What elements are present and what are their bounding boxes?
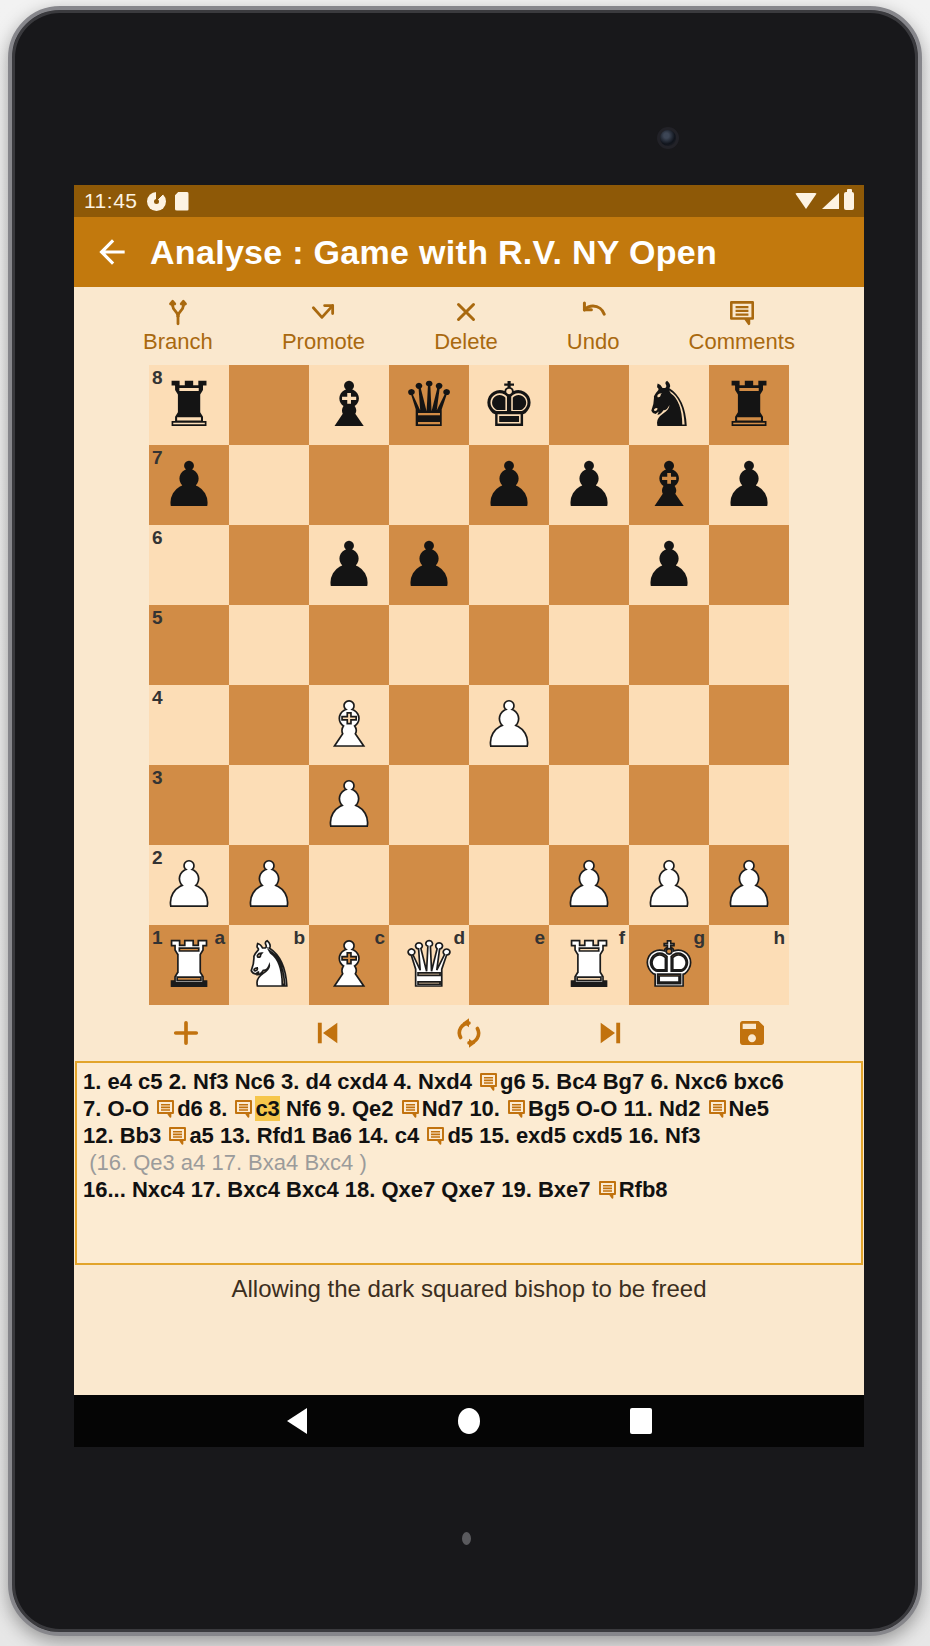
branch-button[interactable]: Branch xyxy=(143,297,213,355)
square-b7[interactable] xyxy=(229,445,309,525)
square-h3[interactable] xyxy=(709,765,789,845)
square-g7[interactable]: ♝ xyxy=(629,445,709,525)
square-d6[interactable]: ♟ xyxy=(389,525,469,605)
square-h7[interactable]: ♟ xyxy=(709,445,789,525)
piece-white-rook: ♜ xyxy=(149,925,229,1005)
promote-arrow-icon xyxy=(308,297,338,327)
comment-text: Allowing the dark squared bishop to be f… xyxy=(74,1275,864,1303)
comment-icon xyxy=(478,1071,499,1092)
piece-black-rook: ♜ xyxy=(149,365,229,445)
square-f7[interactable]: ♟ xyxy=(549,445,629,525)
piece-white-queen: ♛ xyxy=(389,925,469,1005)
edit-toolbar: Branch Promote Delete Undo xyxy=(74,287,864,359)
screenshot-root: 11:45 Analyse : Game with R.V. NY Open xyxy=(0,0,930,1646)
app-screen: 11:45 Analyse : Game with R.V. NY Open xyxy=(74,185,864,1447)
square-e4[interactable]: ♟ xyxy=(469,685,549,765)
branch-label: Branch xyxy=(143,329,213,355)
move-text[interactable]: a5 13. Rfd1 Ba6 14. c4 xyxy=(189,1123,425,1148)
sd-card-icon xyxy=(175,192,189,211)
move-text[interactable]: Rfb8 xyxy=(619,1177,668,1202)
square-c5[interactable] xyxy=(309,605,389,685)
rotate-arrows-icon xyxy=(451,1015,487,1051)
comment-bubble-icon xyxy=(727,297,757,327)
piece-white-bishop: ♝ xyxy=(309,925,389,1005)
move-line-5[interactable]: 16... Nxc4 17. Bxc4 Bxc4 18. Qxe7 Qxe7 1… xyxy=(83,1176,855,1203)
home-circle-icon xyxy=(458,1408,480,1434)
comment-icon xyxy=(506,1098,527,1119)
square-h8[interactable]: ♜ xyxy=(709,365,789,445)
square-g2[interactable]: ♟ xyxy=(629,845,709,925)
delete-label: Delete xyxy=(434,329,498,355)
square-f5[interactable] xyxy=(549,605,629,685)
move-text[interactable]: Ne5 xyxy=(729,1096,769,1121)
wifi-icon xyxy=(795,193,817,209)
square-a8[interactable]: 8♜ xyxy=(149,365,229,445)
square-b6[interactable] xyxy=(229,525,309,605)
file-label-h: h xyxy=(773,927,785,949)
android-back-button[interactable] xyxy=(277,1405,317,1437)
android-recents-button[interactable] xyxy=(621,1405,661,1437)
square-d5[interactable] xyxy=(389,605,469,685)
variation-text[interactable]: (16. Qe3 a4 17. Bxa4 Bxc4 ) xyxy=(83,1150,367,1175)
move-text[interactable]: g6 5. Bc4 Bg7 6. Nxc6 bxc6 xyxy=(500,1069,784,1094)
move-line-1[interactable]: 1. e4 c5 2. Nf3 Nc6 3. d4 cxd4 4. Nxd4 g… xyxy=(83,1068,855,1095)
move-text[interactable]: Bg5 O-O 11. Nd2 xyxy=(528,1096,707,1121)
piece-white-king: ♚ xyxy=(629,925,709,1005)
move-line-3[interactable]: 12. Bb3 a5 13. Rfd1 Ba6 14. c4 d5 15. ex… xyxy=(83,1122,855,1149)
file-label-e: e xyxy=(534,927,545,949)
undo-label: Undo xyxy=(567,329,620,355)
square-d1[interactable]: d♛ xyxy=(389,925,469,1005)
square-d4[interactable] xyxy=(389,685,469,765)
piece-white-rook: ♜ xyxy=(549,925,629,1005)
status-bar: 11:45 xyxy=(74,185,864,217)
square-c3[interactable]: ♟ xyxy=(309,765,389,845)
comment-icon xyxy=(597,1179,618,1200)
square-b4[interactable] xyxy=(229,685,309,765)
flip-board-button[interactable] xyxy=(439,1011,499,1055)
square-f2[interactable]: ♟ xyxy=(549,845,629,925)
back-triangle-icon xyxy=(287,1408,307,1434)
square-h2[interactable]: ♟ xyxy=(709,845,789,925)
square-e8[interactable]: ♚ xyxy=(469,365,549,445)
square-d8[interactable]: ♛ xyxy=(389,365,469,445)
square-c6[interactable]: ♟ xyxy=(309,525,389,605)
piece-black-pawn: ♟ xyxy=(389,525,469,605)
add-move-button[interactable] xyxy=(156,1011,216,1055)
move-text[interactable]: 12. Bb3 xyxy=(83,1123,167,1148)
square-a7[interactable]: 7♟ xyxy=(149,445,229,525)
square-e1[interactable]: e xyxy=(469,925,549,1005)
square-a6[interactable]: 6 xyxy=(149,525,229,605)
comments-label: Comments xyxy=(689,329,795,355)
piece-black-rook: ♜ xyxy=(709,365,789,445)
square-a2[interactable]: 2♟ xyxy=(149,845,229,925)
floppy-save-icon xyxy=(736,1017,768,1049)
square-c1[interactable]: c♝ xyxy=(309,925,389,1005)
square-g3[interactable] xyxy=(629,765,709,845)
square-e7[interactable]: ♟ xyxy=(469,445,549,525)
piece-white-bishop: ♝ xyxy=(309,685,389,765)
skip-next-icon xyxy=(595,1017,627,1049)
piece-white-pawn: ♟ xyxy=(469,685,549,765)
square-d2[interactable] xyxy=(389,845,469,925)
square-f1[interactable]: f♜ xyxy=(549,925,629,1005)
piece-black-queen: ♛ xyxy=(389,365,469,445)
skip-to-start-button[interactable] xyxy=(297,1011,357,1055)
comment-icon xyxy=(425,1125,446,1146)
square-b8[interactable] xyxy=(229,365,309,445)
comments-button[interactable]: Comments xyxy=(689,297,795,355)
square-b2[interactable]: ♟ xyxy=(229,845,309,925)
square-c7[interactable] xyxy=(309,445,389,525)
bottom-mic-dot xyxy=(462,1532,471,1545)
piece-black-pawn: ♟ xyxy=(149,445,229,525)
square-g8[interactable]: ♞ xyxy=(629,365,709,445)
undo-arrow-icon xyxy=(578,297,608,327)
square-b5[interactable] xyxy=(229,605,309,685)
piece-black-bishop: ♝ xyxy=(629,445,709,525)
piece-white-pawn: ♟ xyxy=(549,845,629,925)
piece-white-knight: ♞ xyxy=(229,925,309,1005)
move-line-4[interactable]: (16. Qe3 a4 17. Bxa4 Bxc4 ) xyxy=(83,1149,855,1176)
move-text[interactable]: 7. O-O xyxy=(83,1096,155,1121)
data-usage-icon xyxy=(147,192,166,211)
square-f8[interactable] xyxy=(549,365,629,445)
delete-button[interactable]: Delete xyxy=(434,297,498,355)
piece-black-pawn: ♟ xyxy=(709,445,789,525)
square-b3[interactable] xyxy=(229,765,309,845)
skip-previous-icon xyxy=(311,1017,343,1049)
piece-black-bishop: ♝ xyxy=(309,365,389,445)
android-nav-bar xyxy=(74,1395,864,1447)
piece-black-pawn: ♟ xyxy=(469,445,549,525)
move-list[interactable]: 1. e4 c5 2. Nf3 Nc6 3. d4 cxd4 4. Nxd4 g… xyxy=(75,1061,863,1265)
piece-white-pawn: ♟ xyxy=(229,845,309,925)
comment-icon xyxy=(167,1125,188,1146)
square-h5[interactable] xyxy=(709,605,789,685)
plus-icon xyxy=(170,1017,202,1049)
square-e5[interactable] xyxy=(469,605,549,685)
move-text[interactable]: d5 15. exd5 cxd5 16. Nf3 xyxy=(447,1123,700,1148)
piece-white-pawn: ♟ xyxy=(629,845,709,925)
square-h6[interactable] xyxy=(709,525,789,605)
move-text[interactable]: d6 8. xyxy=(177,1096,233,1121)
piece-black-pawn: ♟ xyxy=(549,445,629,525)
square-f4[interactable] xyxy=(549,685,629,765)
arrow-left-icon xyxy=(93,233,131,271)
piece-black-knight: ♞ xyxy=(629,365,709,445)
square-a1[interactable]: 1a♜ xyxy=(149,925,229,1005)
rank-label-5: 5 xyxy=(152,607,163,629)
square-b1[interactable]: b♞ xyxy=(229,925,309,1005)
navigation-toolbar xyxy=(74,1005,864,1061)
promote-button[interactable]: Promote xyxy=(282,297,365,355)
square-d3[interactable] xyxy=(389,765,469,845)
rank-label-6: 6 xyxy=(152,527,163,549)
square-g5[interactable] xyxy=(629,605,709,685)
move-text[interactable]: Nf6 9. Qe2 xyxy=(280,1096,400,1121)
square-g1[interactable]: g♚ xyxy=(629,925,709,1005)
page-title: Analyse : Game with R.V. NY Open xyxy=(150,233,717,272)
skip-to-end-button[interactable] xyxy=(581,1011,641,1055)
cell-signal-icon xyxy=(822,193,839,209)
square-c2[interactable] xyxy=(309,845,389,925)
comment-icon xyxy=(233,1098,254,1119)
move-text[interactable]: Nd7 10. xyxy=(422,1096,506,1121)
square-g6[interactable]: ♟ xyxy=(629,525,709,605)
save-button[interactable] xyxy=(722,1011,782,1055)
square-d7[interactable] xyxy=(389,445,469,525)
square-h4[interactable] xyxy=(709,685,789,765)
comment-icon xyxy=(707,1098,728,1119)
battery-icon xyxy=(844,192,854,210)
back-button[interactable] xyxy=(74,217,150,287)
square-e3[interactable] xyxy=(469,765,549,845)
square-e6[interactable] xyxy=(469,525,549,605)
clock-text: 11:45 xyxy=(84,189,138,213)
move-line-2[interactable]: 7. O-O d6 8. c3 Nf6 9. Qe2 Nd7 10. Bg5 O… xyxy=(83,1095,855,1122)
comment-icon xyxy=(400,1098,421,1119)
piece-black-king: ♚ xyxy=(469,365,549,445)
square-a3[interactable]: 3 xyxy=(149,765,229,845)
square-f3[interactable] xyxy=(549,765,629,845)
square-c8[interactable]: ♝ xyxy=(309,365,389,445)
rank-label-3: 3 xyxy=(152,767,163,789)
comment-icon xyxy=(155,1098,176,1119)
square-a4[interactable]: 4 xyxy=(149,685,229,765)
promote-label: Promote xyxy=(282,329,365,355)
move-text[interactable]: 16... Nxc4 17. Bxc4 Bxc4 18. Qxe7 Qxe7 1… xyxy=(83,1177,597,1202)
square-e2[interactable] xyxy=(469,845,549,925)
front-camera xyxy=(657,127,679,149)
move-text[interactable]: 1. e4 c5 2. Nf3 Nc6 3. d4 cxd4 4. Nxd4 xyxy=(83,1069,478,1094)
piece-white-pawn: ♟ xyxy=(709,845,789,925)
piece-white-pawn: ♟ xyxy=(309,765,389,845)
square-f6[interactable] xyxy=(549,525,629,605)
chess-board: 8♜♝♛♚♞♜7♟♟♟♝♟6♟♟♟54♝♟3♟2♟♟♟♟♟1a♜b♞c♝d♛ef… xyxy=(149,365,789,1005)
undo-button[interactable]: Undo xyxy=(567,297,620,355)
android-home-button[interactable] xyxy=(449,1405,489,1437)
branch-icon xyxy=(163,297,193,327)
x-delete-icon xyxy=(451,297,481,327)
square-h1[interactable]: h xyxy=(709,925,789,1005)
piece-black-pawn: ♟ xyxy=(629,525,709,605)
square-a5[interactable]: 5 xyxy=(149,605,229,685)
square-c4[interactable]: ♝ xyxy=(309,685,389,765)
app-header: Analyse : Game with R.V. NY Open xyxy=(74,217,864,287)
recents-square-icon xyxy=(630,1408,652,1434)
rank-label-4: 4 xyxy=(152,687,163,709)
square-g4[interactable] xyxy=(629,685,709,765)
empty-area xyxy=(74,1303,864,1395)
piece-black-pawn: ♟ xyxy=(309,525,389,605)
selected-move[interactable]: c3 xyxy=(255,1096,279,1121)
piece-white-pawn: ♟ xyxy=(149,845,229,925)
